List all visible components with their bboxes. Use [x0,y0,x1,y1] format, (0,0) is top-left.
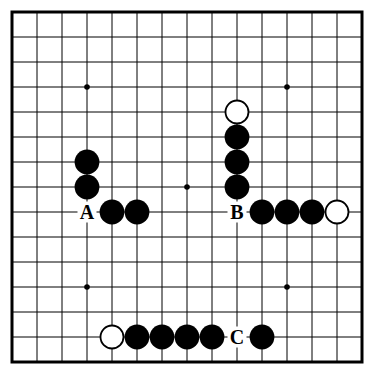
black-stone [250,200,275,225]
black-stone [175,325,200,350]
point-label-a[interactable]: A [80,201,95,223]
black-stone [300,200,325,225]
black-stone [125,325,150,350]
black-stone [225,150,250,175]
black-stone [225,175,250,200]
point-label-b[interactable]: B [230,201,243,223]
white-stone [101,326,124,349]
star-point [284,84,290,90]
black-stone [125,200,150,225]
star-point [84,84,90,90]
black-stone [250,325,275,350]
star-point [84,284,90,290]
black-stone [225,125,250,150]
go-board[interactable]: ABC [0,0,375,375]
star-point [184,184,190,190]
point-label-c[interactable]: C [230,326,244,348]
black-stone [100,200,125,225]
star-point [284,284,290,290]
black-stone [275,200,300,225]
go-diagram: ABC [0,0,375,375]
white-stone [326,201,349,224]
black-stone [200,325,225,350]
white-stone [226,101,249,124]
black-stone [150,325,175,350]
black-stone [75,175,100,200]
black-stone [75,150,100,175]
